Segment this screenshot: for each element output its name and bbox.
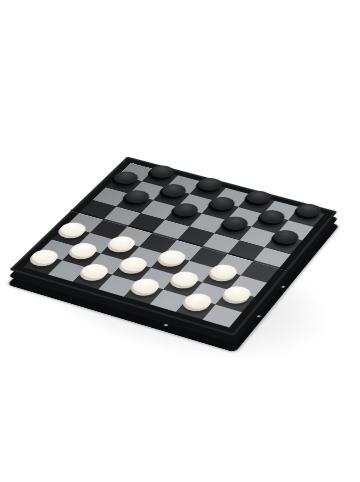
white-checker-piece[interactable] (25, 250, 60, 269)
white-checker-piece[interactable] (126, 278, 161, 298)
white-checker-piece[interactable] (103, 236, 137, 255)
black-checker-piece[interactable] (204, 197, 237, 214)
white-checker-piece[interactable] (153, 250, 187, 269)
white-checker-piece[interactable] (53, 222, 87, 240)
product-photo-checkers-set (0, 0, 360, 482)
square-r7c4-dark[interactable] (124, 282, 163, 304)
black-checker-piece[interactable] (107, 171, 139, 188)
